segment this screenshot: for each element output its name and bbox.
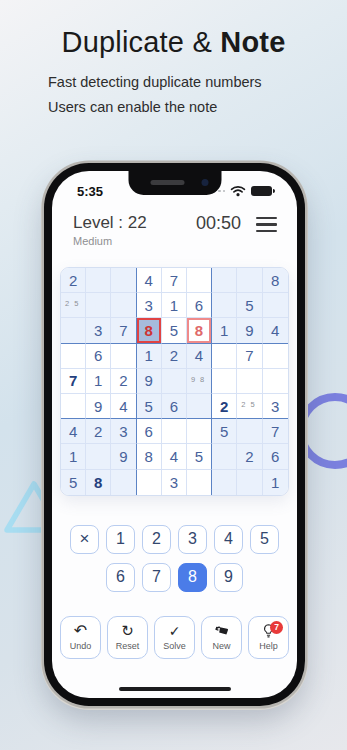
subtitle: Fast detecting duplicate numbersUsers ca… (48, 70, 347, 120)
sudoku-cell[interactable]: 8 (187, 318, 212, 343)
sudoku-cell[interactable]: 6 (137, 419, 162, 444)
sudoku-cell[interactable]: 4 (263, 318, 288, 343)
subtitle-line-1: Fast detecting duplicate numbers (48, 74, 262, 90)
help-button[interactable]: Help7 (248, 616, 289, 659)
level-label: Level : 22 (73, 213, 147, 233)
sudoku-cell[interactable]: 2 (111, 369, 136, 394)
sudoku-cell[interactable]: 1 (212, 318, 237, 343)
sudoku-cell[interactable] (111, 293, 136, 318)
sudoku-cell[interactable] (187, 268, 212, 293)
sudoku-cell[interactable]: 8 (86, 470, 111, 495)
sudoku-cell[interactable]: 9 (86, 394, 111, 419)
sudoku-cell[interactable]: 6 (187, 293, 212, 318)
sudoku-cell[interactable] (162, 369, 187, 394)
sudoku-cell[interactable]: 4 (187, 344, 212, 369)
sudoku-cell[interactable] (111, 268, 136, 293)
solve-label: Solve (163, 641, 186, 651)
sudoku-cell[interactable] (111, 344, 136, 369)
cell-notes: 25 (65, 299, 78, 308)
new-icon (214, 623, 230, 639)
sudoku-cell[interactable]: 9 (237, 318, 262, 343)
sudoku-cell[interactable]: 4 (137, 268, 162, 293)
sudoku-cell[interactable]: 2 (212, 394, 237, 419)
sudoku-cell[interactable]: 4 (111, 394, 136, 419)
sudoku-cell[interactable] (187, 470, 212, 495)
timer: 00:50 (196, 213, 241, 234)
sudoku-cell[interactable]: 1 (86, 369, 111, 394)
battery-icon (251, 186, 275, 197)
title-bold: Note (220, 26, 285, 58)
menu-button[interactable] (256, 217, 277, 232)
sudoku-cell[interactable] (263, 344, 288, 369)
board-card: 2478253165378581946124771299894562253423… (60, 267, 289, 496)
numpad-8[interactable]: 8 (178, 563, 207, 592)
sudoku-cell[interactable]: 7 (263, 419, 288, 444)
status-time: 5:35 (77, 184, 103, 199)
sudoku-cell[interactable]: 3 (263, 394, 288, 419)
sudoku-cell[interactable] (86, 444, 111, 469)
sudoku-cell[interactable] (61, 318, 86, 343)
sudoku-cell[interactable]: 1 (263, 470, 288, 495)
reset-button[interactable]: ↻Reset (107, 616, 148, 659)
sudoku-cell[interactable] (237, 268, 262, 293)
game-header: Level : 22 Medium 00:50 (73, 213, 277, 247)
sudoku-cell[interactable] (61, 394, 86, 419)
solve-icon: ✓ (169, 623, 181, 639)
numpad-4[interactable]: 4 (214, 525, 243, 554)
speaker (150, 180, 184, 185)
reset-label: Reset (116, 641, 140, 651)
sudoku-cell[interactable]: 3 (162, 470, 187, 495)
phone-screen: 5:35 Level : 22 Medium 00:50 (52, 171, 297, 698)
numpad-7[interactable]: 7 (142, 563, 171, 592)
sudoku-cell[interactable]: 7 (237, 344, 262, 369)
sudoku-cell[interactable] (187, 419, 212, 444)
cell-notes: 98 (191, 375, 204, 384)
sudoku-cell[interactable] (137, 470, 162, 495)
sudoku-cell[interactable]: 5 (162, 318, 187, 343)
difficulty-label: Medium (73, 235, 147, 247)
sudoku-cell[interactable] (263, 293, 288, 318)
sudoku-cell[interactable]: 8 (137, 444, 162, 469)
sudoku-cell[interactable]: 3 (111, 419, 136, 444)
numpad-row-2: 6789 (106, 563, 243, 592)
undo-label: Undo (70, 641, 92, 651)
phone-mockup: 5:35 Level : 22 Medium 00:50 (44, 163, 305, 706)
sudoku-cell[interactable]: 9 (137, 369, 162, 394)
numpad-6[interactable]: 6 (106, 563, 135, 592)
sudoku-cell[interactable] (212, 470, 237, 495)
phone-notch (128, 171, 221, 195)
sudoku-cell[interactable]: 7 (111, 318, 136, 343)
sudoku-cell[interactable] (111, 470, 136, 495)
sudoku-cell[interactable] (86, 268, 111, 293)
title-regular: Duplicate & (61, 26, 212, 58)
numpad-3[interactable]: 3 (178, 525, 207, 554)
sudoku-cell[interactable]: 9 (111, 444, 136, 469)
sudoku-cell[interactable] (212, 268, 237, 293)
solve-button[interactable]: ✓Solve (154, 616, 195, 659)
sudoku-cell[interactable]: 5 (187, 444, 212, 469)
sudoku-cell[interactable]: 5 (61, 470, 86, 495)
toolbar: ↶Undo↻Reset✓SolveNewHelp7 (52, 616, 297, 659)
new-button[interactable]: New (201, 616, 242, 659)
sudoku-cell[interactable]: 5 (212, 419, 237, 444)
sudoku-cell[interactable]: 7 (162, 268, 187, 293)
home-indicator (119, 687, 231, 692)
sudoku-cell[interactable] (263, 369, 288, 394)
page-title: Duplicate & Note (0, 26, 347, 59)
sudoku-cell[interactable]: 1 (61, 444, 86, 469)
sudoku-cell[interactable]: 8 (137, 318, 162, 343)
sudoku-cell[interactable]: 1 (162, 293, 187, 318)
sudoku-cell[interactable]: 1 (137, 344, 162, 369)
sudoku-cell[interactable] (61, 344, 86, 369)
wifi-icon (230, 185, 246, 197)
sudoku-grid: 2478253165378581946124771299894562253423… (61, 268, 288, 495)
subtitle-line-2: Users can enable the note (48, 99, 217, 115)
sudoku-cell[interactable] (212, 444, 237, 469)
sudoku-cell[interactable]: 5 (137, 394, 162, 419)
sudoku-cell[interactable]: 6 (162, 394, 187, 419)
sudoku-cell[interactable]: 3 (86, 318, 111, 343)
sudoku-cell[interactable]: 25 (61, 293, 86, 318)
erase-button[interactable]: × (70, 525, 99, 554)
numpad-1[interactable]: 1 (106, 525, 135, 554)
sudoku-cell[interactable] (212, 293, 237, 318)
sudoku-cell[interactable] (237, 470, 262, 495)
sudoku-cell[interactable]: 2 (86, 419, 111, 444)
sudoku-cell[interactable] (212, 344, 237, 369)
sudoku-cell[interactable] (237, 369, 262, 394)
numpad-5[interactable]: 5 (250, 525, 279, 554)
undo-button[interactable]: ↶Undo (60, 616, 101, 659)
sudoku-cell[interactable]: 6 (263, 444, 288, 469)
new-label: New (212, 641, 230, 651)
promo-header: Duplicate & Note Fast detecting duplicat… (0, 0, 347, 120)
reset-icon: ↻ (121, 623, 134, 639)
sudoku-cell[interactable]: 2 (61, 268, 86, 293)
sudoku-cell[interactable]: 6 (86, 344, 111, 369)
numpad-9[interactable]: 9 (214, 563, 243, 592)
sudoku-cell[interactable]: 98 (187, 369, 212, 394)
sudoku-cell[interactable]: 7 (61, 369, 86, 394)
sudoku-cell[interactable]: 2 (162, 344, 187, 369)
sudoku-cell[interactable]: 3 (137, 293, 162, 318)
undo-icon: ↶ (74, 623, 87, 639)
camera-dot (201, 179, 208, 186)
numpad-2[interactable]: 2 (142, 525, 171, 554)
sudoku-cell[interactable] (237, 419, 262, 444)
sudoku-cell[interactable]: 4 (61, 419, 86, 444)
sudoku-cell[interactable]: 25 (237, 394, 262, 419)
numpad-row-1: ×12345 (70, 525, 279, 554)
cell-notes: 25 (241, 400, 254, 409)
numpad: ×12345 6789 (52, 525, 297, 592)
sudoku-cell[interactable]: 2 (237, 444, 262, 469)
sudoku-cell[interactable] (162, 419, 187, 444)
sudoku-cell[interactable] (212, 369, 237, 394)
help-label: Help (259, 641, 278, 651)
sudoku-cell[interactable]: 8 (263, 268, 288, 293)
sudoku-cell[interactable] (187, 394, 212, 419)
sudoku-cell[interactable] (86, 293, 111, 318)
sudoku-cell[interactable]: 4 (162, 444, 187, 469)
sudoku-cell[interactable]: 5 (237, 293, 262, 318)
help-badge: 7 (270, 621, 283, 634)
